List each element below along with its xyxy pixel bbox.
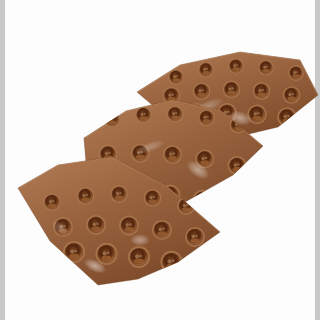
cavity [198,109,215,126]
cavity [63,241,85,263]
cavity [198,62,214,78]
cavity [193,82,211,100]
cavity [185,227,205,247]
cavity [43,193,61,211]
cavity [160,251,182,273]
cavity [277,107,297,127]
cavity [77,187,95,205]
cavity [119,216,139,236]
cavity [104,111,121,128]
cavity [168,69,184,85]
cavity [288,65,304,81]
cavity [226,196,247,217]
cavity [86,215,106,235]
cavity [253,82,271,100]
cavity [167,106,184,123]
chocolate-molds-illustration [0,0,320,320]
cavity [144,189,162,207]
cavity [135,106,152,123]
cavity [228,58,244,74]
cavity [283,86,301,104]
cavity [223,81,241,99]
cavity [258,60,274,76]
cavity [228,156,247,175]
cavity [152,220,172,240]
cavity [193,190,214,211]
cavity [128,246,150,268]
product-photo [0,0,320,320]
cavity [163,145,182,164]
cavity [110,185,128,203]
surface-reflection [130,234,150,246]
cavity [193,257,215,279]
surface-reflection [206,187,226,206]
